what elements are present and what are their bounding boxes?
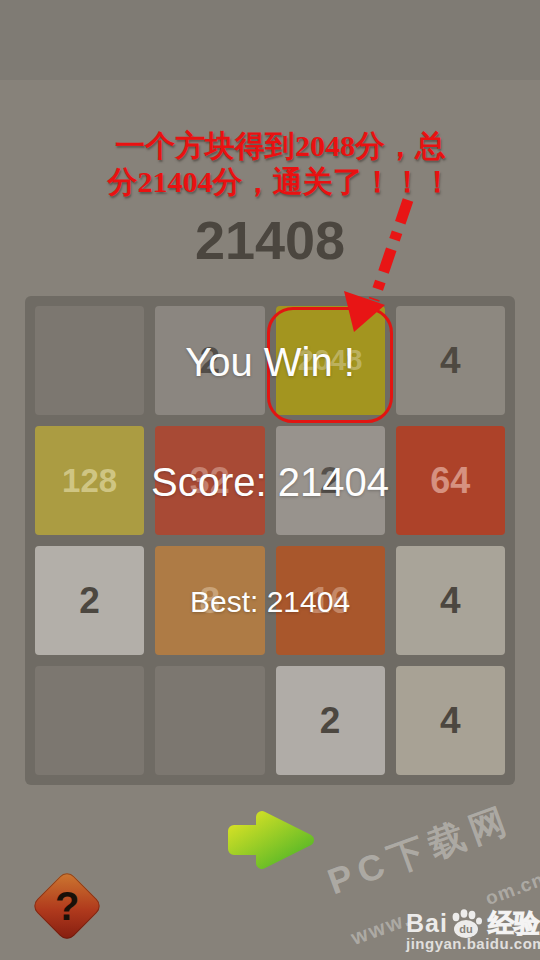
empty-cell — [155, 666, 264, 775]
jingyan-url-text: jingyan.baidu.com — [406, 935, 540, 952]
annotation-text: 一个方块得到2048分，总 分21404分，通关了！！！ — [30, 128, 530, 200]
watermark-www-text: www. — [348, 906, 415, 950]
baidu-du-text: du — [459, 923, 472, 935]
baidu-jingyan-logo: Bai du 经验 — [406, 906, 540, 941]
empty-cell — [35, 666, 144, 775]
current-score: 21408 — [25, 210, 515, 270]
overlay-score-label: Score: 21404 — [25, 458, 515, 506]
overlay-best-label: Best: 21404 — [25, 583, 515, 621]
tile-value: 2 — [320, 700, 341, 742]
watermark-diagonal-text: PC下载网 — [321, 795, 519, 907]
tile-2-r4c3: 2 — [276, 666, 385, 775]
watermark-cn-text: om.cn — [482, 868, 540, 910]
jingyan-logo-text: 经验 — [488, 906, 540, 941]
help-button[interactable]: ? — [30, 869, 104, 943]
next-arrow-button[interactable] — [222, 804, 322, 876]
screenshot-root: 一个方块得到2048分，总 分21404分，通关了！！！ 21408 22048… — [0, 0, 540, 960]
status-bar-band — [0, 0, 540, 80]
baidu-paw-icon: du — [449, 909, 485, 939]
tile-value: 4 — [440, 700, 461, 742]
tile-4-r4c4: 4 — [396, 666, 505, 775]
you-win-label: You Win ! — [25, 338, 515, 386]
baidu-logo-text: Bai — [406, 909, 448, 938]
question-mark-icon: ? — [55, 886, 79, 926]
annotation-line1: 一个方块得到2048分，总 — [30, 128, 530, 164]
annotation-line2: 分21404分，通关了！！！ — [30, 164, 530, 200]
